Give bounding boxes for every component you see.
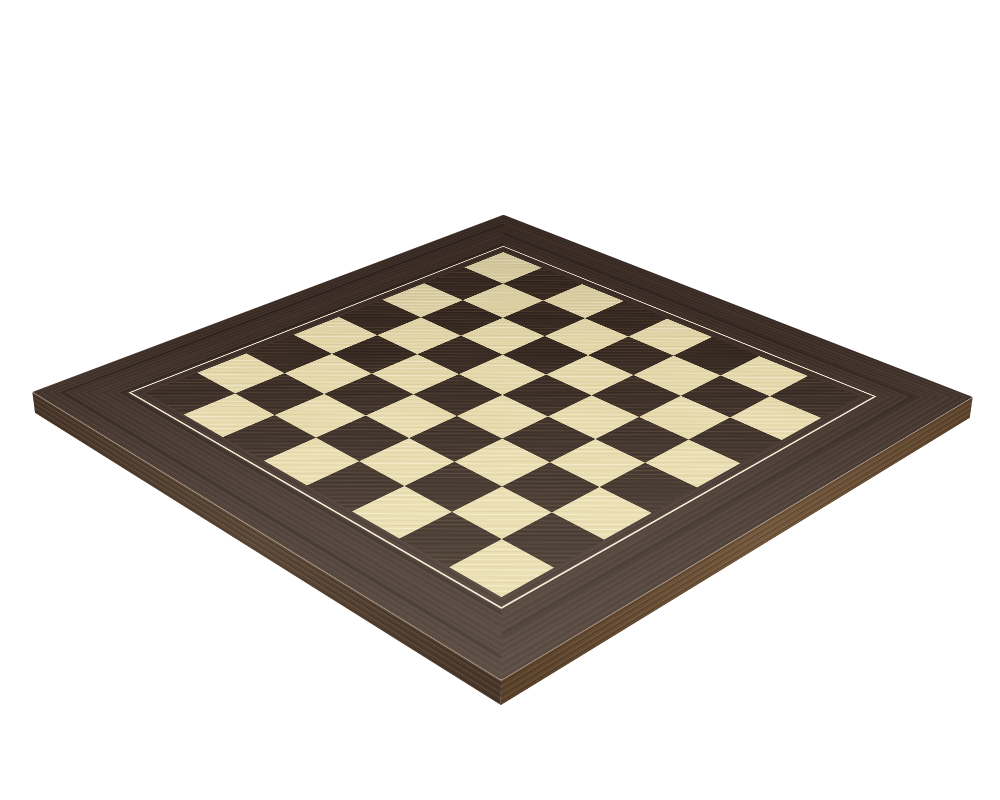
product-photo-scene xyxy=(0,0,1000,800)
square-h6 xyxy=(688,417,781,463)
square-h1 xyxy=(449,539,554,597)
square-h5 xyxy=(645,439,740,487)
square-f5 xyxy=(548,395,639,439)
square-e2 xyxy=(359,438,454,486)
square-g3 xyxy=(502,462,600,512)
square-h3 xyxy=(552,487,652,540)
square-d3 xyxy=(366,394,457,438)
board-top-surface xyxy=(32,215,972,681)
square-e3 xyxy=(409,416,502,462)
square-b1 xyxy=(184,393,275,437)
square-d1 xyxy=(264,437,359,485)
square-c1 xyxy=(223,415,316,461)
chess-board xyxy=(32,215,972,681)
square-e4 xyxy=(457,395,548,439)
square-f2 xyxy=(405,461,503,511)
square-g5 xyxy=(595,417,688,463)
perspective-wrapper xyxy=(0,0,1000,800)
square-g2 xyxy=(452,486,552,539)
square-g4 xyxy=(550,439,645,487)
square-g6 xyxy=(639,395,730,439)
square-g1 xyxy=(399,511,501,566)
square-c2 xyxy=(275,394,366,438)
square-f1 xyxy=(352,486,452,539)
square-e1 xyxy=(307,461,405,511)
square-h7 xyxy=(730,396,821,440)
square-h4 xyxy=(600,462,698,512)
square-f3 xyxy=(455,438,550,486)
square-h2 xyxy=(502,512,604,567)
square-d2 xyxy=(316,415,409,461)
square-f4 xyxy=(502,416,595,462)
